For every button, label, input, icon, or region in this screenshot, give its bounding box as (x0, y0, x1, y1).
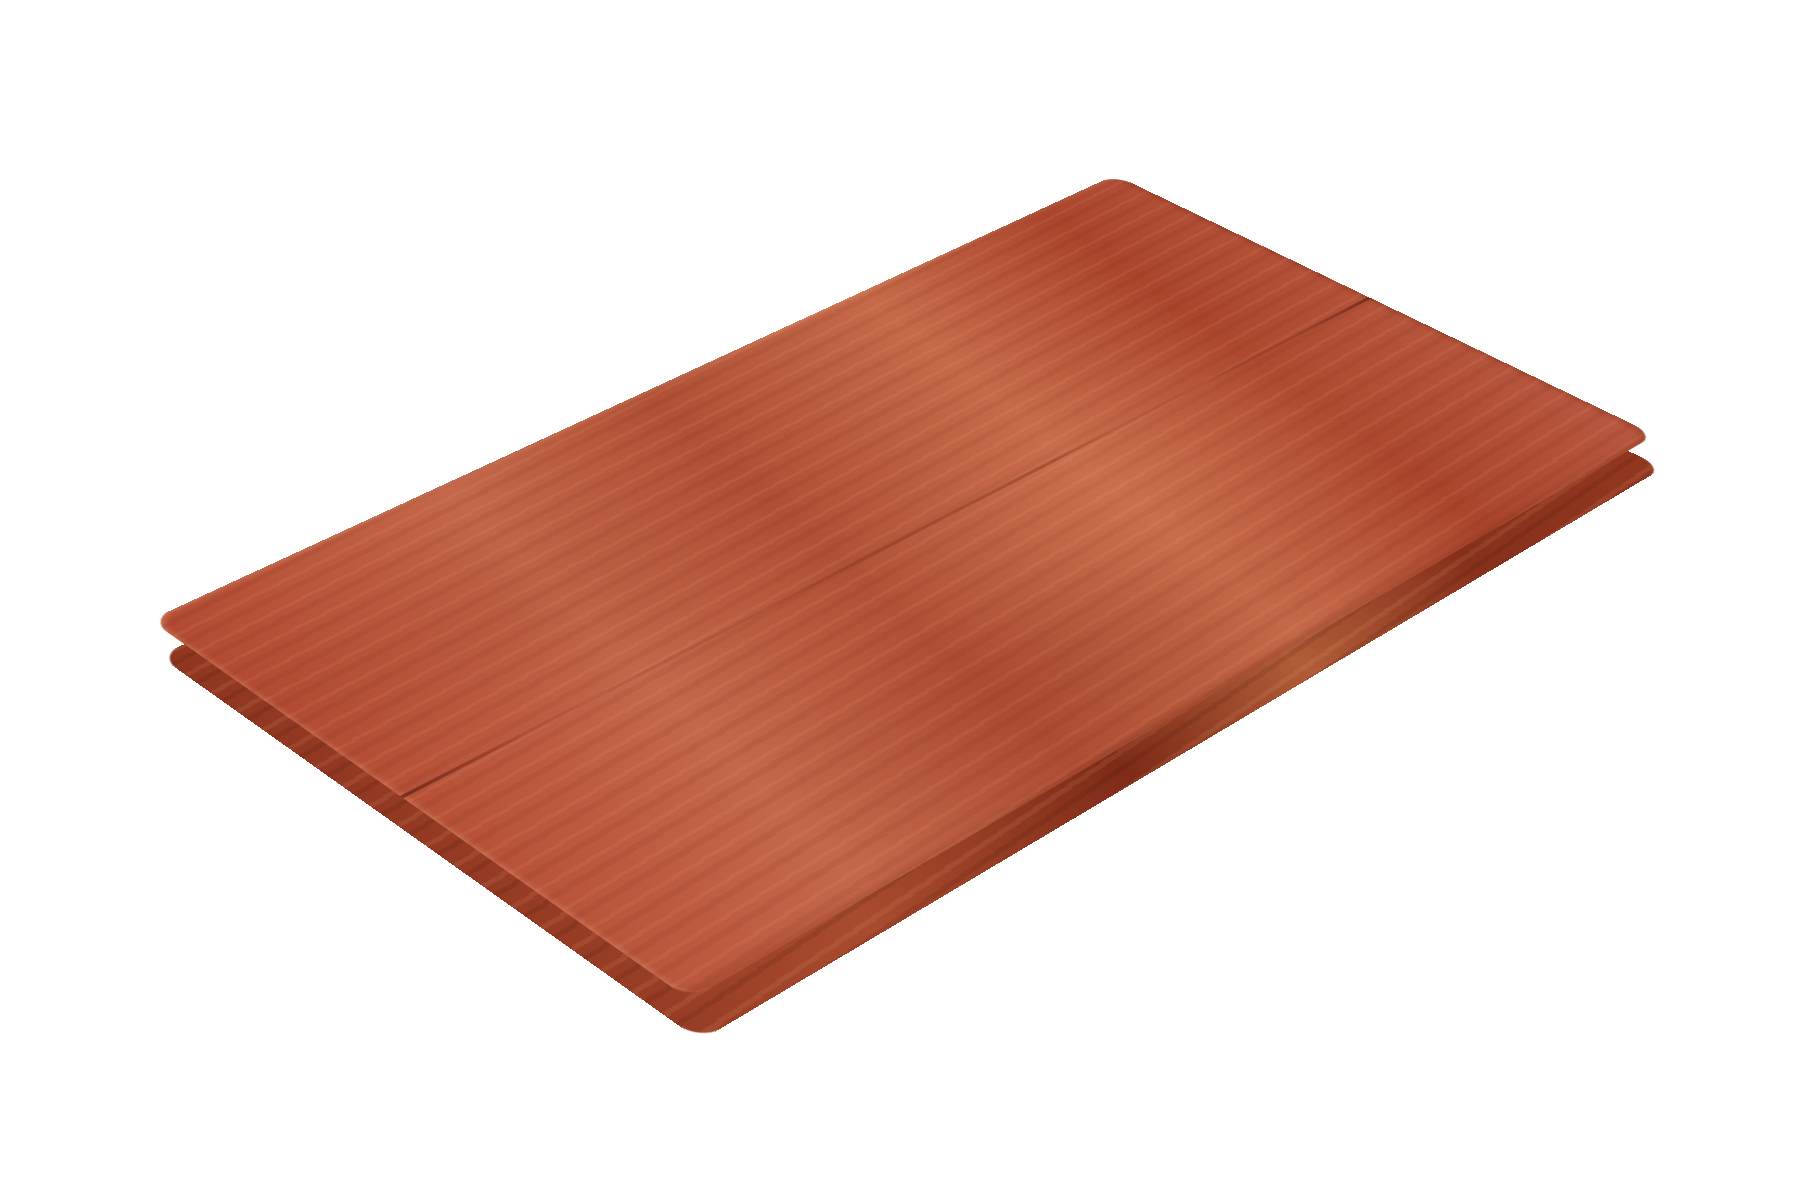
board-scene (0, 0, 1800, 1200)
